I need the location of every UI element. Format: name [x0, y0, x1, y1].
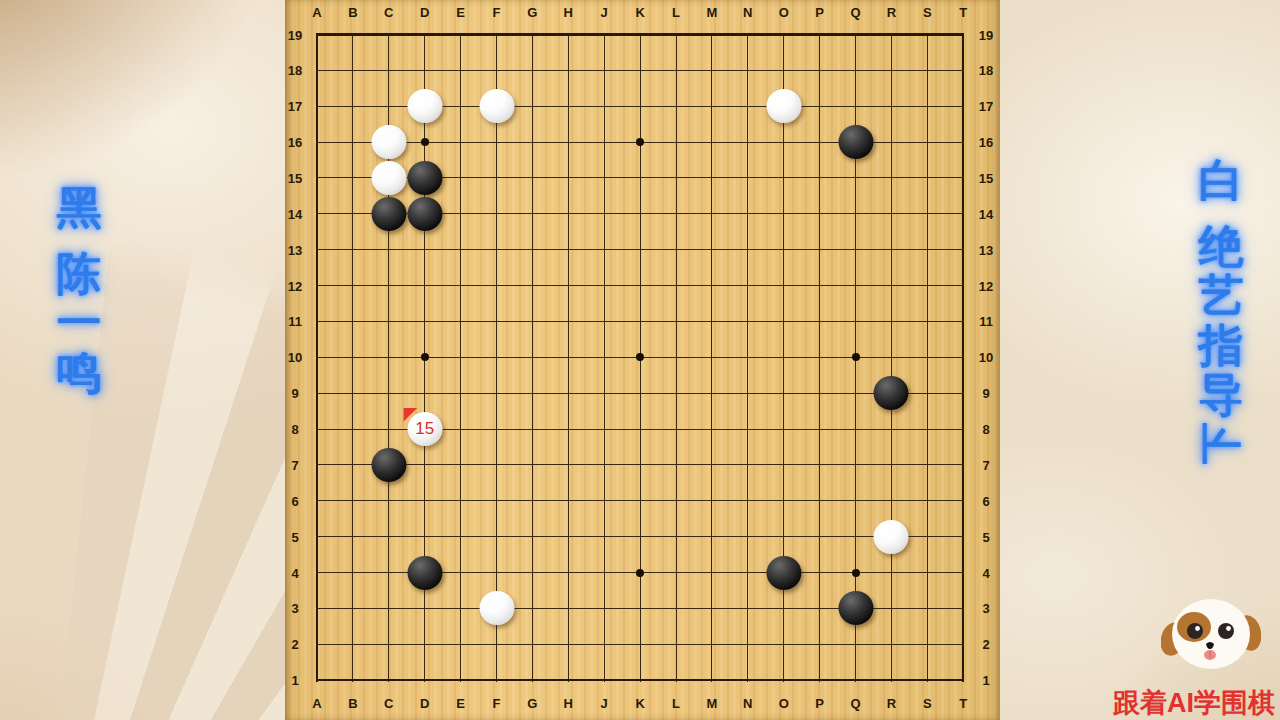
row-label-left: 18	[288, 63, 302, 78]
column-label-top: O	[779, 5, 789, 20]
row-label-right: 18	[979, 63, 993, 78]
column-label-top: H	[564, 5, 573, 20]
grid-line-horizontal	[316, 33, 964, 36]
column-label-top: Q	[850, 5, 860, 20]
black-player-name-char: 鸣	[57, 348, 102, 398]
white-color-label: 白	[1199, 156, 1244, 206]
black-stone	[407, 161, 442, 195]
column-label-bottom: J	[601, 696, 608, 711]
column-label-top: G	[527, 5, 537, 20]
column-label-top: J	[601, 5, 608, 20]
row-label-right: 8	[982, 422, 989, 437]
row-label-left: 10	[288, 350, 302, 365]
grid-line-horizontal	[316, 70, 964, 71]
go-board: AABBCCDDEEFFGGHHJJKKLLMMNNOOPPQQRRSSTT19…	[285, 0, 1000, 720]
column-label-bottom: S	[923, 696, 932, 711]
column-label-bottom: T	[959, 696, 967, 711]
grid-line-horizontal	[316, 536, 964, 537]
row-label-right: 14	[979, 206, 993, 221]
row-label-right: 13	[979, 242, 993, 257]
row-label-right: 1	[982, 673, 989, 688]
row-label-left: 13	[288, 242, 302, 257]
black-stone	[407, 556, 442, 590]
white-stone	[479, 591, 514, 625]
row-label-left: 4	[291, 565, 298, 580]
black-stone	[371, 448, 406, 482]
black-stone	[838, 591, 873, 625]
column-label-bottom: F	[493, 696, 501, 711]
black-stone	[371, 197, 406, 231]
row-label-right: 6	[982, 493, 989, 508]
row-label-right: 12	[979, 278, 993, 293]
row-label-left: 15	[288, 170, 302, 185]
grid-line-horizontal	[316, 464, 964, 465]
column-label-top: E	[456, 5, 465, 20]
white-stone	[407, 89, 442, 123]
row-label-right: 3	[982, 601, 989, 616]
row-label-left: 2	[291, 637, 298, 652]
row-label-right: 16	[979, 135, 993, 150]
white-player-name-char: 导	[1199, 370, 1244, 420]
grid-line-horizontal	[316, 249, 964, 250]
column-label-bottom: L	[672, 696, 680, 711]
column-label-top: K	[635, 5, 644, 20]
column-label-bottom: E	[456, 696, 465, 711]
star-point	[421, 353, 429, 361]
white-player-name-char: 下	[1198, 422, 1244, 464]
grid-line-horizontal	[316, 285, 964, 286]
row-label-right: 7	[982, 457, 989, 472]
column-label-top: N	[743, 5, 752, 20]
column-label-bottom: N	[743, 696, 752, 711]
star-point	[421, 138, 429, 146]
row-label-left: 14	[288, 206, 302, 221]
column-label-top: M	[706, 5, 717, 20]
white-player-name-char: 指	[1199, 321, 1244, 371]
column-label-top: C	[384, 5, 393, 20]
row-label-right: 17	[979, 99, 993, 114]
star-point	[636, 353, 644, 361]
black-player-name-char: 一	[57, 298, 102, 348]
black-stone	[838, 125, 873, 159]
column-label-bottom: P	[815, 696, 824, 711]
column-label-bottom: C	[384, 696, 393, 711]
column-label-top: S	[923, 5, 932, 20]
black-stone	[766, 556, 801, 590]
row-label-left: 17	[288, 99, 302, 114]
screenshot-root: AABBCCDDEEFFGGHHJJKKLLMMNNOOPPQQRRSSTT19…	[0, 0, 1280, 720]
grid-line-horizontal	[316, 644, 964, 645]
fan-decoration	[0, 0, 285, 720]
column-label-top: T	[959, 5, 967, 20]
column-label-top: R	[887, 5, 896, 20]
row-label-left: 9	[291, 386, 298, 401]
row-label-right: 19	[979, 27, 993, 42]
watermark-caption: 跟着AI学围棋	[1113, 685, 1275, 720]
row-label-left: 12	[288, 278, 302, 293]
white-stone	[479, 89, 514, 123]
star-point	[636, 569, 644, 577]
black-player-banner: 黑陈一鸣	[49, 183, 109, 397]
grid-line-horizontal	[316, 679, 964, 681]
column-label-bottom: M	[706, 696, 717, 711]
black-stone	[407, 197, 442, 231]
star-point	[636, 138, 644, 146]
row-label-left: 6	[291, 493, 298, 508]
column-label-bottom: G	[527, 696, 537, 711]
left-panel	[0, 0, 285, 720]
column-label-top: F	[493, 5, 501, 20]
column-label-bottom: K	[635, 696, 644, 711]
column-label-bottom: D	[420, 696, 429, 711]
column-label-bottom: Q	[850, 696, 860, 711]
star-point	[852, 353, 860, 361]
column-label-top: A	[312, 5, 321, 20]
row-label-right: 10	[979, 350, 993, 365]
white-stone	[371, 161, 406, 195]
black-player-name-char: 陈	[57, 249, 102, 299]
dog-face-icon	[1161, 593, 1261, 675]
black-stone	[874, 376, 909, 410]
white-stone: 15	[407, 412, 442, 446]
row-label-left: 7	[291, 457, 298, 472]
grid-line-horizontal	[316, 500, 964, 501]
row-label-left: 8	[291, 422, 298, 437]
row-label-left: 16	[288, 135, 302, 150]
white-player-name-char: 绝	[1199, 222, 1244, 272]
row-label-right: 11	[979, 314, 993, 329]
row-label-left: 19	[288, 27, 302, 42]
grid-line-horizontal	[316, 321, 964, 322]
row-label-left: 1	[291, 673, 298, 688]
column-label-bottom: O	[779, 696, 789, 711]
column-label-bottom: A	[312, 696, 321, 711]
white-stone	[766, 89, 801, 123]
move-number: 15	[407, 412, 442, 446]
row-label-left: 5	[291, 529, 298, 544]
column-label-bottom: B	[348, 696, 357, 711]
row-label-right: 2	[982, 637, 989, 652]
column-label-top: P	[815, 5, 824, 20]
star-point	[852, 569, 860, 577]
row-label-right: 15	[979, 170, 993, 185]
row-label-right: 4	[982, 565, 989, 580]
row-label-left: 11	[288, 314, 302, 329]
white-stone	[874, 520, 909, 554]
grid-line-horizontal	[316, 393, 964, 394]
row-label-right: 5	[982, 529, 989, 544]
column-label-top: D	[420, 5, 429, 20]
column-label-top: B	[348, 5, 357, 20]
row-label-left: 3	[291, 601, 298, 616]
white-player-name-char: 艺	[1199, 271, 1244, 321]
column-label-bottom: R	[887, 696, 896, 711]
black-color-label: 黑	[57, 183, 102, 233]
column-label-top: L	[672, 5, 680, 20]
column-label-bottom: H	[564, 696, 573, 711]
row-label-right: 9	[982, 386, 989, 401]
white-player-banner: 白绝艺指导下	[1191, 156, 1251, 466]
white-stone	[371, 125, 406, 159]
